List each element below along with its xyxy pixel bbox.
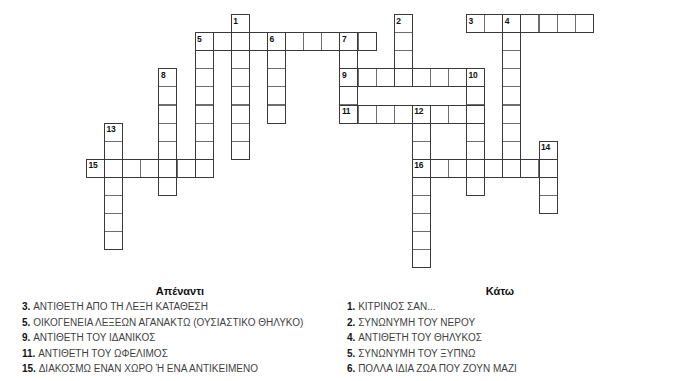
clue-item: 9. ΑΝΤΙΘΕΤΗ ΤΟΥ ΙΔΑΝΙΚΟΣ <box>20 330 340 346</box>
clue-item: 5. ΣΥΝΩΝΥΜΗ ΤΟΥ ΞΥΠΝΩ <box>340 346 660 362</box>
grid-cell <box>484 14 503 33</box>
grid-cell <box>158 159 177 178</box>
grid-cell <box>267 105 286 124</box>
grid-cell <box>466 86 485 105</box>
clue-item-text: ΑΝΤΙΘΕΤΗ ΤΟΥ ΩΦΕΛΙΜΟΣ <box>38 348 168 359</box>
grid-cell <box>412 141 431 160</box>
clue-number: 7 <box>342 35 346 44</box>
grid-cell <box>104 213 123 232</box>
clue-number: 6 <box>270 35 274 44</box>
clue-item-number: 5. <box>347 348 358 359</box>
grid-cell <box>231 141 250 160</box>
clue-number: 4 <box>505 17 509 26</box>
grid-cell <box>539 14 558 33</box>
grid-cell <box>412 249 431 268</box>
grid-cell <box>376 68 395 87</box>
grid-cell <box>104 159 123 178</box>
grid-cell <box>195 86 214 105</box>
grid-cell <box>267 68 286 87</box>
grid-cell <box>394 50 413 69</box>
grid-cell <box>104 231 123 250</box>
grid-cell <box>430 105 449 124</box>
clue-item-number: 15. <box>22 363 39 374</box>
grid-cell <box>557 14 576 33</box>
grid-cell <box>484 159 503 178</box>
clue-item-number: 3. <box>22 301 33 312</box>
clue-item: 2. ΣΥΝΩΝΥΜΗ ΤΟΥ ΝΕΡΟΥ <box>340 315 660 331</box>
clue-number: 8 <box>161 71 165 80</box>
clue-item: 4. ΑΝΤΙΘΕΤΗ ΤΟΥ ΘΗΛΥΚΟΣ <box>340 330 660 346</box>
across-clue-list: 3. ΑΝΤΙΘΕΤΗ ΑΠΟ ΤΗ ΛΕΞΗ ΚΑΤΑΘΕΣΗ5. ΟΙΚΟΓ… <box>20 299 340 377</box>
clue-number: 15 <box>89 161 98 170</box>
clue-number: 9 <box>342 71 346 80</box>
grid-cell <box>249 32 268 51</box>
clue-item-text: ΣΥΝΩΝΥΜΗ ΤΟΥ ΝΕΡΟΥ <box>358 317 475 328</box>
clue-item-text: ΠΟΛΛΑ ΙΔΙΑ ΖΩΑ ΠΟΥ ΖΟΥΝ ΜΑΖΙ <box>358 363 517 374</box>
across-clues-section: Απέναντι 3. ΑΝΤΙΘΕΤΗ ΑΠΟ ΤΗ ΛΕΞΗ ΚΑΤΑΘΕΣ… <box>20 284 340 377</box>
grid-cell <box>412 213 431 232</box>
grid-cell <box>575 14 594 33</box>
clue-item-number: 1. <box>347 301 358 312</box>
down-header: Κάτω <box>340 284 660 299</box>
grid-cell <box>520 14 539 33</box>
grid-cell <box>195 50 214 69</box>
grid-cell <box>502 68 521 87</box>
down-clue-list: 1. ΚΙΤΡΙΝΟΣ ΣΑΝ...2. ΣΥΝΩΝΥΜΗ ΤΟΥ ΝΕΡΟΥ4… <box>340 299 660 377</box>
grid-cell <box>394 68 413 87</box>
clue-item-text: ΑΝΤΙΘΕΤΗ ΤΟΥ ΘΗΛΥΚΟΣ <box>358 332 482 343</box>
grid-cell <box>213 32 232 51</box>
grid-cell <box>158 177 177 196</box>
grid-cell <box>376 105 395 124</box>
grid-cell <box>158 86 177 105</box>
grid-cell <box>303 32 322 51</box>
clue-item-text: ΑΝΤΙΘΕΤΗ ΤΟΥ ΙΔΑΝΙΚΟΣ <box>33 332 155 343</box>
clue-item-number: 6. <box>347 363 358 374</box>
crossword-grid: 12345678910111213141516 <box>86 14 594 268</box>
clue-number: 16 <box>414 161 423 170</box>
grid-cell <box>520 159 539 178</box>
grid-cell <box>231 50 250 69</box>
clue-number: 10 <box>469 71 478 80</box>
grid-cell <box>412 177 431 196</box>
grid-cell <box>195 105 214 124</box>
clue-number: 2 <box>396 17 400 26</box>
clue-item: 3. ΑΝΤΙΘΕΤΗ ΑΠΟ ΤΗ ΛΕΞΗ ΚΑΤΑΘΕΣΗ <box>20 299 340 315</box>
clue-number: 1 <box>233 17 237 26</box>
clue-number: 14 <box>541 143 550 152</box>
grid-cell <box>502 159 521 178</box>
grid-cell <box>122 159 141 178</box>
grid-cell <box>539 159 558 178</box>
grid-cell <box>140 159 159 178</box>
clue-item-text: ΚΙΤΡΙΝΟΣ ΣΑΝ... <box>358 301 435 312</box>
grid-cell <box>158 141 177 160</box>
grid-cell <box>158 105 177 124</box>
grid-cell <box>539 177 558 196</box>
grid-cell <box>502 86 521 105</box>
grid-cell <box>412 123 431 142</box>
clue-number: 5 <box>197 35 201 44</box>
clue-item-number: 11. <box>22 348 38 359</box>
grid-cell <box>231 68 250 87</box>
clue-number: 11 <box>342 107 350 116</box>
clue-item-text: ΑΝΤΙΘΕΤΗ ΑΠΟ ΤΗ ΛΕΞΗ ΚΑΤΑΘΕΣΗ <box>33 301 208 312</box>
grid-cell <box>339 86 358 105</box>
grid-cell <box>502 123 521 142</box>
grid-cell <box>231 32 250 51</box>
grid-cell <box>448 105 467 124</box>
grid-cell <box>502 105 521 124</box>
clue-item: 5. ΟΙΚΟΓΕΝΕΙΑ ΛΕΞΕΩΝ ΑΓΑΝΑΚΤΩ (ΟΥΣΙΑΣΤΙΚ… <box>20 315 340 331</box>
grid-cell <box>412 195 431 214</box>
grid-cell <box>321 32 340 51</box>
clue-number: 13 <box>107 125 116 134</box>
clue-item: 11. ΑΝΤΙΘΕΤΗ ΤΟΥ ΩΦΕΛΙΜΟΣ <box>20 346 340 362</box>
clue-item-number: 4. <box>347 332 358 343</box>
grid-cell <box>466 105 485 124</box>
clue-item: 15. ΔΙΑΚΟΣΜΩ ΕΝΑΝ ΧΩΡΟ Ή ΕΝΑ ΑΝΤΙΚΕΙΜΕΝΟ <box>20 361 340 377</box>
grid-cell <box>394 105 413 124</box>
grid-cell <box>466 159 485 178</box>
down-clues-section: Κάτω 1. ΚΙΤΡΙΝΟΣ ΣΑΝ...2. ΣΥΝΩΝΥΜΗ ΤΟΥ Ν… <box>340 284 660 377</box>
grid-cell <box>195 141 214 160</box>
clue-number: 12 <box>414 107 423 116</box>
grid-cell <box>448 68 467 87</box>
grid-cell <box>358 105 377 124</box>
grid-cell <box>502 32 521 51</box>
grid-cell <box>177 159 196 178</box>
clue-item-number: 5. <box>22 317 33 328</box>
grid-cell <box>412 68 431 87</box>
grid-cell <box>195 68 214 87</box>
clue-item-text: ΣΥΝΩΝΥΜΗ ΤΟΥ ΞΥΠΝΩ <box>358 348 475 359</box>
clue-item: 1. ΚΙΤΡΙΝΟΣ ΣΑΝ... <box>340 299 660 315</box>
grid-cell <box>158 123 177 142</box>
grid-cell <box>267 86 286 105</box>
clue-item: 6. ΠΟΛΛΑ ΙΔΙΑ ΖΩΑ ΠΟΥ ΖΟΥΝ ΜΑΖΙ <box>340 361 660 377</box>
grid-cell <box>104 141 123 160</box>
across-header: Απέναντι <box>20 284 340 299</box>
grid-cell <box>539 195 558 214</box>
grid-cell <box>267 50 286 69</box>
clue-item-text: ΟΙΚΟΓΕΝΕΙΑ ΛΕΞΕΩΝ ΑΓΑΝΑΚΤΩ (ΟΥΣΙΑΣΤΙΚΟ Θ… <box>33 317 303 328</box>
grid-cell <box>466 123 485 142</box>
grid-cell <box>502 141 521 160</box>
grid-cell <box>358 68 377 87</box>
grid-cell <box>339 50 358 69</box>
grid-cell <box>104 177 123 196</box>
grid-cell <box>430 159 449 178</box>
clue-item-number: 9. <box>22 332 33 343</box>
grid-cell <box>394 32 413 51</box>
grid-cell <box>104 195 123 214</box>
grid-cell <box>195 159 214 178</box>
grid-cell <box>231 123 250 142</box>
grid-cell <box>466 177 485 196</box>
grid-cell <box>231 105 250 124</box>
grid-cell <box>412 231 431 250</box>
grid-cell <box>430 68 449 87</box>
clue-item-text: ΔΙΑΚΟΣΜΩ ΕΝΑΝ ΧΩΡΟ Ή ΕΝΑ ΑΝΤΙΚΕΙΜΕΝΟ <box>39 363 258 374</box>
clue-number: 3 <box>469 17 473 26</box>
grid-cell <box>195 123 214 142</box>
grid-cell <box>358 32 377 51</box>
grid-cell <box>502 50 521 69</box>
clue-item-number: 2. <box>347 317 358 328</box>
grid-cell <box>466 141 485 160</box>
grid-cell <box>231 86 250 105</box>
grid-cell <box>285 32 304 51</box>
grid-cell <box>448 159 467 178</box>
